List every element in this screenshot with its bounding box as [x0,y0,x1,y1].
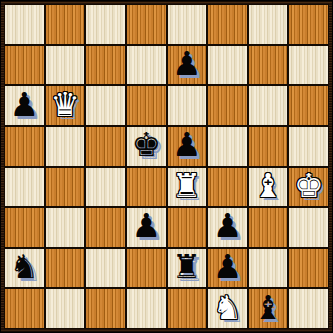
square-b4[interactable] [46,168,85,207]
chess-board: ♟♟♛♚♟♜♝♚♟♟♞♜♟♞♝ [4,4,329,329]
square-h8[interactable] [289,5,328,44]
square-b3[interactable] [46,208,85,247]
square-c3[interactable] [86,208,125,247]
piece-black-pawn[interactable]: ♟ [131,209,161,242]
square-c1[interactable] [86,289,125,328]
square-b7[interactable] [46,46,85,85]
piece-white-knight[interactable]: ♞ [213,291,243,324]
piece-black-rook[interactable]: ♜ [172,250,202,283]
square-a6[interactable]: ♟ [5,86,44,125]
square-a4[interactable] [5,168,44,207]
square-h7[interactable] [289,46,328,85]
square-e1[interactable] [168,289,207,328]
square-g2[interactable] [249,249,288,288]
square-g1[interactable]: ♝ [249,289,288,328]
square-g3[interactable] [249,208,288,247]
square-a8[interactable] [5,5,44,44]
square-a1[interactable] [5,289,44,328]
square-f2[interactable]: ♟ [208,249,247,288]
square-h3[interactable] [289,208,328,247]
square-h6[interactable] [289,86,328,125]
square-f5[interactable] [208,127,247,166]
piece-black-pawn[interactable]: ♟ [172,47,202,80]
square-h1[interactable] [289,289,328,328]
square-c4[interactable] [86,168,125,207]
square-f3[interactable]: ♟ [208,208,247,247]
square-g5[interactable] [249,127,288,166]
square-f1[interactable]: ♞ [208,289,247,328]
square-d4[interactable] [127,168,166,207]
square-g8[interactable] [249,5,288,44]
square-a2[interactable]: ♞ [5,249,44,288]
square-c2[interactable] [86,249,125,288]
square-b5[interactable] [46,127,85,166]
square-g7[interactable] [249,46,288,85]
square-f8[interactable] [208,5,247,44]
square-c8[interactable] [86,5,125,44]
square-d8[interactable] [127,5,166,44]
square-c7[interactable] [86,46,125,85]
square-b2[interactable] [46,249,85,288]
square-e5[interactable]: ♟ [168,127,207,166]
square-f4[interactable] [208,168,247,207]
piece-white-bishop[interactable]: ♝ [253,169,283,202]
square-d1[interactable] [127,289,166,328]
piece-black-bishop[interactable]: ♝ [253,291,283,324]
piece-black-pawn[interactable]: ♟ [10,88,40,121]
piece-black-pawn[interactable]: ♟ [213,250,243,283]
square-h5[interactable] [289,127,328,166]
square-a7[interactable] [5,46,44,85]
square-g4[interactable]: ♝ [249,168,288,207]
square-a3[interactable] [5,208,44,247]
chess-board-frame: ♟♟♛♚♟♜♝♚♟♟♞♜♟♞♝ [0,0,333,333]
square-g6[interactable] [249,86,288,125]
square-d6[interactable] [127,86,166,125]
square-d3[interactable]: ♟ [127,208,166,247]
piece-white-queen[interactable]: ♛ [50,88,80,121]
square-e3[interactable] [168,208,207,247]
piece-white-king[interactable]: ♚ [294,169,324,202]
piece-black-pawn[interactable]: ♟ [172,128,202,161]
square-a5[interactable] [5,127,44,166]
square-h2[interactable] [289,249,328,288]
square-c5[interactable] [86,127,125,166]
square-b8[interactable] [46,5,85,44]
piece-black-pawn[interactable]: ♟ [213,209,243,242]
square-f6[interactable] [208,86,247,125]
square-e4[interactable]: ♜ [168,168,207,207]
square-e2[interactable]: ♜ [168,249,207,288]
square-b6[interactable]: ♛ [46,86,85,125]
square-d5[interactable]: ♚ [127,127,166,166]
square-d2[interactable] [127,249,166,288]
square-e6[interactable] [168,86,207,125]
piece-black-knight[interactable]: ♞ [10,250,40,283]
square-d7[interactable] [127,46,166,85]
square-c6[interactable] [86,86,125,125]
piece-white-rook[interactable]: ♜ [172,169,202,202]
square-e8[interactable] [168,5,207,44]
square-f7[interactable] [208,46,247,85]
piece-black-king[interactable]: ♚ [131,128,161,161]
square-e7[interactable]: ♟ [168,46,207,85]
square-b1[interactable] [46,289,85,328]
square-h4[interactable]: ♚ [289,168,328,207]
